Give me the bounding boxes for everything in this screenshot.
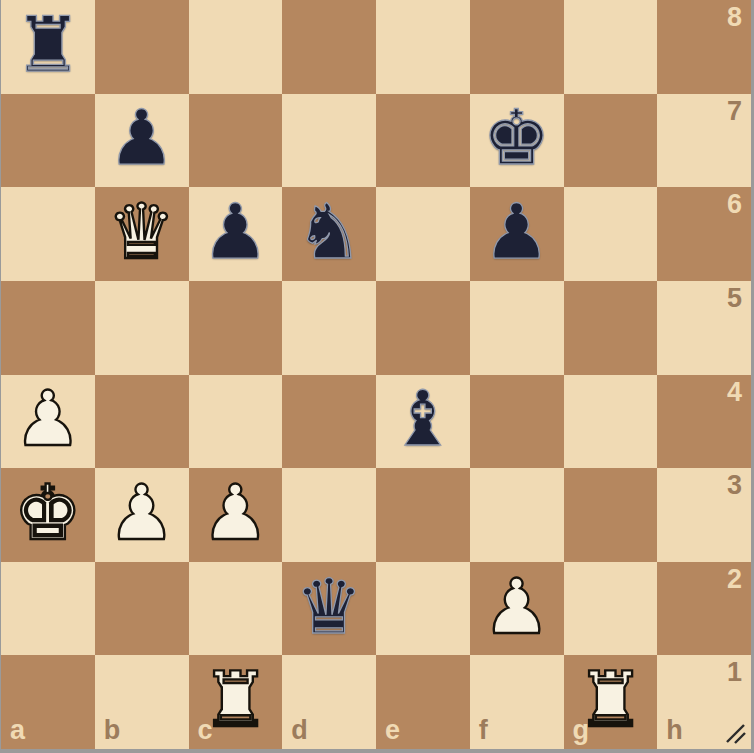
square-f6[interactable]: ♟ bbox=[470, 187, 564, 281]
file-label-f: f bbox=[479, 717, 488, 744]
file-label-a: a bbox=[10, 717, 25, 744]
square-a6[interactable] bbox=[1, 187, 95, 281]
diagonal-resize-lines-icon bbox=[725, 723, 747, 745]
square-d6[interactable]: ♞ bbox=[282, 187, 376, 281]
square-f1[interactable]: f bbox=[470, 655, 564, 749]
square-g8[interactable] bbox=[564, 0, 658, 94]
square-h2[interactable]: 2 bbox=[657, 562, 751, 656]
square-g4[interactable] bbox=[564, 375, 658, 469]
square-h6[interactable]: 6 bbox=[657, 187, 751, 281]
square-b8[interactable] bbox=[95, 0, 189, 94]
square-a5[interactable] bbox=[1, 281, 95, 375]
piece-black-pawn[interactable]: ♟ bbox=[95, 94, 189, 188]
square-h4[interactable]: 4 bbox=[657, 375, 751, 469]
square-c4[interactable] bbox=[189, 375, 283, 469]
piece-black-bishop[interactable]: ♝ bbox=[376, 375, 470, 469]
square-a1[interactable]: a bbox=[1, 655, 95, 749]
square-c6[interactable]: ♟ bbox=[189, 187, 283, 281]
file-label-g: g bbox=[573, 717, 590, 744]
square-f8[interactable] bbox=[470, 0, 564, 94]
rank-label-1: 1 bbox=[727, 659, 742, 686]
square-f4[interactable] bbox=[470, 375, 564, 469]
piece-white-queen[interactable]: ♛ bbox=[95, 187, 189, 281]
square-b6[interactable]: ♛ bbox=[95, 187, 189, 281]
board-resize-handle-icon[interactable] bbox=[725, 723, 747, 745]
square-h5[interactable]: 5 bbox=[657, 281, 751, 375]
file-label-h: h bbox=[666, 717, 683, 744]
piece-black-pawn[interactable]: ♟ bbox=[470, 187, 564, 281]
file-label-b: b bbox=[104, 717, 121, 744]
square-e1[interactable]: e bbox=[376, 655, 470, 749]
square-d5[interactable] bbox=[282, 281, 376, 375]
square-g1[interactable]: ♜g bbox=[564, 655, 658, 749]
square-g2[interactable] bbox=[564, 562, 658, 656]
square-a4[interactable]: ♟ bbox=[1, 375, 95, 469]
piece-white-pawn[interactable]: ♟ bbox=[95, 468, 189, 562]
piece-black-knight[interactable]: ♞ bbox=[282, 187, 376, 281]
square-f5[interactable] bbox=[470, 281, 564, 375]
square-f2[interactable]: ♟ bbox=[470, 562, 564, 656]
square-d8[interactable] bbox=[282, 0, 376, 94]
piece-white-pawn[interactable]: ♟ bbox=[1, 375, 95, 469]
piece-black-queen[interactable]: ♛ bbox=[282, 562, 376, 656]
square-e6[interactable] bbox=[376, 187, 470, 281]
square-g5[interactable] bbox=[564, 281, 658, 375]
piece-black-pawn[interactable]: ♟ bbox=[189, 187, 283, 281]
square-g6[interactable] bbox=[564, 187, 658, 281]
piece-white-pawn[interactable]: ♟ bbox=[189, 468, 283, 562]
square-a2[interactable] bbox=[1, 562, 95, 656]
rank-label-4: 4 bbox=[727, 379, 742, 406]
square-d4[interactable] bbox=[282, 375, 376, 469]
square-d1[interactable]: d bbox=[282, 655, 376, 749]
square-g3[interactable] bbox=[564, 468, 658, 562]
square-a3[interactable]: ♚ bbox=[1, 468, 95, 562]
square-a7[interactable] bbox=[1, 94, 95, 188]
chess-board-window: ♜8♟♚7♛♟♞♟65♟♝4♚♟♟3♛♟2ab♜cdef♜g1h bbox=[0, 0, 754, 753]
square-g7[interactable] bbox=[564, 94, 658, 188]
rank-label-5: 5 bbox=[727, 285, 742, 312]
file-label-d: d bbox=[291, 717, 308, 744]
square-d2[interactable]: ♛ bbox=[282, 562, 376, 656]
square-e3[interactable] bbox=[376, 468, 470, 562]
square-c1[interactable]: ♜c bbox=[189, 655, 283, 749]
square-c3[interactable]: ♟ bbox=[189, 468, 283, 562]
piece-black-rook[interactable]: ♜ bbox=[1, 0, 95, 94]
square-e5[interactable] bbox=[376, 281, 470, 375]
chess-board: ♜8♟♚7♛♟♞♟65♟♝4♚♟♟3♛♟2ab♜cdef♜g1h bbox=[1, 0, 751, 749]
square-b5[interactable] bbox=[95, 281, 189, 375]
square-f3[interactable] bbox=[470, 468, 564, 562]
square-b2[interactable] bbox=[95, 562, 189, 656]
square-b4[interactable] bbox=[95, 375, 189, 469]
square-c5[interactable] bbox=[189, 281, 283, 375]
rank-label-8: 8 bbox=[727, 4, 742, 31]
piece-black-king[interactable]: ♚ bbox=[470, 94, 564, 188]
square-f7[interactable]: ♚ bbox=[470, 94, 564, 188]
square-e2[interactable] bbox=[376, 562, 470, 656]
piece-white-pawn[interactable]: ♟ bbox=[470, 562, 564, 656]
square-h3[interactable]: 3 bbox=[657, 468, 751, 562]
rank-label-6: 6 bbox=[727, 191, 742, 218]
square-b1[interactable]: b bbox=[95, 655, 189, 749]
square-e8[interactable] bbox=[376, 0, 470, 94]
square-e7[interactable] bbox=[376, 94, 470, 188]
square-b7[interactable]: ♟ bbox=[95, 94, 189, 188]
square-c8[interactable] bbox=[189, 0, 283, 94]
rank-label-7: 7 bbox=[727, 98, 742, 125]
square-d7[interactable] bbox=[282, 94, 376, 188]
square-e4[interactable]: ♝ bbox=[376, 375, 470, 469]
square-a8[interactable]: ♜ bbox=[1, 0, 95, 94]
rank-label-3: 3 bbox=[727, 472, 742, 499]
rank-label-2: 2 bbox=[727, 566, 742, 593]
square-c2[interactable] bbox=[189, 562, 283, 656]
piece-white-king[interactable]: ♚ bbox=[1, 468, 95, 562]
square-d3[interactable] bbox=[282, 468, 376, 562]
square-h8[interactable]: 8 bbox=[657, 0, 751, 94]
file-label-e: e bbox=[385, 717, 400, 744]
square-h7[interactable]: 7 bbox=[657, 94, 751, 188]
square-b3[interactable]: ♟ bbox=[95, 468, 189, 562]
file-label-c: c bbox=[198, 717, 213, 744]
square-c7[interactable] bbox=[189, 94, 283, 188]
